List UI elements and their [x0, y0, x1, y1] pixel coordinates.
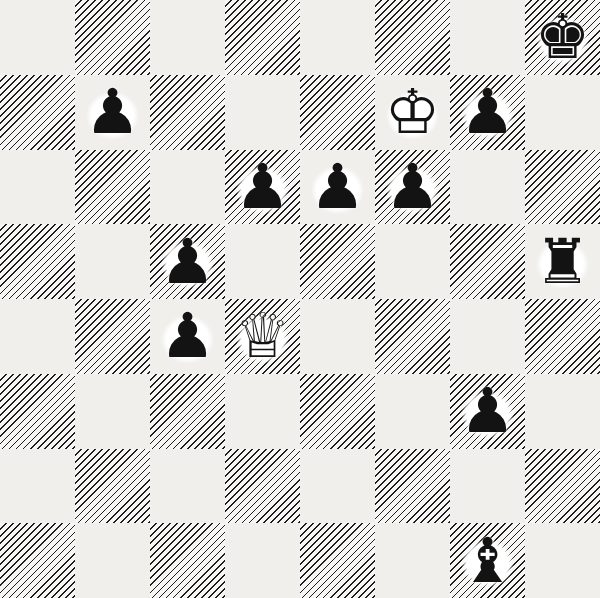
square-a5	[0, 224, 75, 299]
square-b3	[75, 374, 150, 449]
square-c5: ♟	[150, 224, 225, 299]
square-d2	[225, 449, 300, 524]
square-b2	[75, 449, 150, 524]
square-c3	[150, 374, 225, 449]
square-b5	[75, 224, 150, 299]
square-h2	[525, 449, 600, 524]
square-h4	[525, 299, 600, 374]
square-b7: ♟	[75, 75, 150, 150]
piece-black-pawn: ♟	[150, 224, 225, 299]
square-e4	[300, 299, 375, 374]
square-f6: ♟	[375, 150, 450, 225]
square-d1	[225, 523, 300, 598]
square-b1	[75, 523, 150, 598]
square-e6: ♟	[300, 150, 375, 225]
square-c7	[150, 75, 225, 150]
square-f4	[375, 299, 450, 374]
square-f7: ♔	[375, 75, 450, 150]
square-h8: ♚	[525, 0, 600, 75]
piece-black-pawn: ♟	[75, 75, 150, 150]
square-g2	[450, 449, 525, 524]
square-b8	[75, 0, 150, 75]
square-f3	[375, 374, 450, 449]
chess-diagram: ♚♟♔♟♟♟♟♟♜♟♕♟♝	[0, 0, 600, 598]
square-e7	[300, 75, 375, 150]
piece-black-pawn: ♟	[150, 299, 225, 374]
square-d8	[225, 0, 300, 75]
square-c1	[150, 523, 225, 598]
square-f1	[375, 523, 450, 598]
square-d4: ♕	[225, 299, 300, 374]
piece-black-pawn: ♟	[375, 150, 450, 225]
square-e2	[300, 449, 375, 524]
square-f5	[375, 224, 450, 299]
square-b6	[75, 150, 150, 225]
square-h5: ♜	[525, 224, 600, 299]
square-g5	[450, 224, 525, 299]
piece-black-rook: ♜	[525, 224, 600, 299]
square-e1	[300, 523, 375, 598]
square-g4	[450, 299, 525, 374]
square-g6	[450, 150, 525, 225]
square-g7: ♟	[450, 75, 525, 150]
square-e8	[300, 0, 375, 75]
square-e3	[300, 374, 375, 449]
piece-black-pawn: ♟	[225, 150, 300, 225]
square-a3	[0, 374, 75, 449]
square-h7	[525, 75, 600, 150]
piece-white-king: ♔	[375, 75, 450, 150]
piece-black-pawn: ♟	[450, 374, 525, 449]
square-g3: ♟	[450, 374, 525, 449]
piece-black-pawn: ♟	[300, 150, 375, 225]
square-g1: ♝	[450, 523, 525, 598]
square-a4	[0, 299, 75, 374]
piece-black-bishop: ♝	[450, 523, 525, 598]
square-c6	[150, 150, 225, 225]
square-c4: ♟	[150, 299, 225, 374]
square-h6	[525, 150, 600, 225]
square-a7	[0, 75, 75, 150]
square-f2	[375, 449, 450, 524]
square-a1	[0, 523, 75, 598]
square-c2	[150, 449, 225, 524]
square-e5	[300, 224, 375, 299]
piece-black-pawn: ♟	[450, 75, 525, 150]
square-a8	[0, 0, 75, 75]
square-g8	[450, 0, 525, 75]
square-f8	[375, 0, 450, 75]
square-d6: ♟	[225, 150, 300, 225]
piece-black-king: ♚	[525, 0, 600, 75]
square-d7	[225, 75, 300, 150]
square-h3	[525, 374, 600, 449]
piece-white-queen: ♕	[225, 299, 300, 374]
square-d3	[225, 374, 300, 449]
square-d5	[225, 224, 300, 299]
square-a2	[0, 449, 75, 524]
chess-board: ♚♟♔♟♟♟♟♟♜♟♕♟♝	[0, 0, 600, 598]
square-h1	[525, 523, 600, 598]
square-b4	[75, 299, 150, 374]
square-a6	[0, 150, 75, 225]
square-c8	[150, 0, 225, 75]
